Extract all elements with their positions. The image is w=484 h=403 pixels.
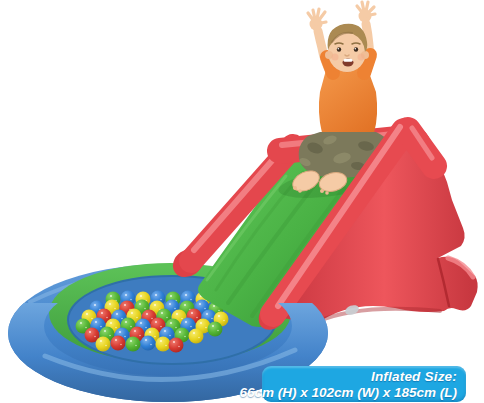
ball-y — [189, 329, 204, 344]
ball-g — [126, 337, 141, 352]
ball-r — [169, 338, 184, 353]
ball-g — [208, 322, 223, 337]
ball-y — [96, 337, 111, 352]
inflated-size-label: Inflated Size: — [371, 369, 457, 385]
inflated-size-banner: Inflated Size: 66cm (H) x 102cm (W) x 18… — [262, 366, 466, 402]
inflated-size-value: 66cm (H) x 102cm (W) x 185cm (L) — [239, 385, 457, 401]
ball-r — [111, 336, 126, 351]
ball-y — [156, 337, 171, 352]
inflatable-slide-ball-pit-scene — [0, 0, 484, 403]
ball-b — [141, 336, 156, 351]
product-photo: Inflated Size: 66cm (H) x 102cm (W) x 18… — [0, 0, 484, 403]
